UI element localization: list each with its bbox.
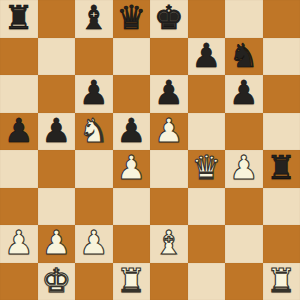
- square-e8[interactable]: ♚: [150, 0, 188, 38]
- white-knight-piece: ♞: [79, 114, 109, 147]
- square-c5[interactable]: ♞: [75, 113, 113, 151]
- square-a5[interactable]: ♟: [0, 113, 38, 151]
- black-pawn-piece: ♟: [229, 76, 259, 109]
- square-e2[interactable]: ♝: [150, 225, 188, 263]
- square-e5[interactable]: ♟: [150, 113, 188, 151]
- white-pawn-piece: ♟: [79, 226, 109, 259]
- square-f7[interactable]: ♟: [188, 38, 226, 76]
- square-e4[interactable]: [150, 150, 188, 188]
- black-pawn-piece: ♟: [116, 114, 146, 147]
- square-a7[interactable]: [0, 38, 38, 76]
- square-e3[interactable]: [150, 188, 188, 226]
- square-a6[interactable]: [0, 75, 38, 113]
- square-e7[interactable]: [150, 38, 188, 76]
- white-rook-piece: ♜: [116, 264, 146, 297]
- square-e1[interactable]: [150, 263, 188, 300]
- chess-board: ♜♝♛♚♟♞♟♟♟♟♟♞♟♟♟♛♟♜♟♟♟♝♚♜♜: [0, 0, 300, 300]
- square-g6[interactable]: ♟: [225, 75, 263, 113]
- square-d5[interactable]: ♟: [113, 113, 151, 151]
- black-pawn-piece: ♟: [191, 39, 221, 72]
- white-queen-piece: ♛: [191, 151, 221, 184]
- black-pawn-piece: ♟: [4, 114, 34, 147]
- square-c6[interactable]: ♟: [75, 75, 113, 113]
- white-king-piece: ♚: [41, 264, 71, 297]
- square-h8[interactable]: [263, 0, 301, 38]
- black-queen-piece: ♛: [116, 1, 146, 34]
- black-knight-piece: ♞: [229, 39, 259, 72]
- square-d4[interactable]: ♟: [113, 150, 151, 188]
- white-pawn-piece: ♟: [4, 226, 34, 259]
- black-pawn-piece: ♟: [79, 76, 109, 109]
- black-rook-piece: ♜: [266, 151, 296, 184]
- square-h5[interactable]: [263, 113, 301, 151]
- white-bishop-piece: ♝: [154, 226, 184, 259]
- square-g5[interactable]: [225, 113, 263, 151]
- square-h4[interactable]: ♜: [263, 150, 301, 188]
- square-f5[interactable]: [188, 113, 226, 151]
- square-c2[interactable]: ♟: [75, 225, 113, 263]
- square-f3[interactable]: [188, 188, 226, 226]
- square-g2[interactable]: [225, 225, 263, 263]
- black-pawn-piece: ♟: [41, 114, 71, 147]
- square-h6[interactable]: [263, 75, 301, 113]
- square-d7[interactable]: [113, 38, 151, 76]
- square-c4[interactable]: [75, 150, 113, 188]
- square-d2[interactable]: [113, 225, 151, 263]
- square-f8[interactable]: [188, 0, 226, 38]
- square-d1[interactable]: ♜: [113, 263, 151, 300]
- square-a4[interactable]: [0, 150, 38, 188]
- black-rook-piece: ♜: [4, 1, 34, 34]
- square-c3[interactable]: [75, 188, 113, 226]
- square-b3[interactable]: [38, 188, 76, 226]
- square-a3[interactable]: [0, 188, 38, 226]
- square-a8[interactable]: ♜: [0, 0, 38, 38]
- square-f6[interactable]: [188, 75, 226, 113]
- square-b7[interactable]: [38, 38, 76, 76]
- square-d3[interactable]: [113, 188, 151, 226]
- white-pawn-piece: ♟: [229, 151, 259, 184]
- square-b5[interactable]: ♟: [38, 113, 76, 151]
- black-pawn-piece: ♟: [154, 76, 184, 109]
- square-a2[interactable]: ♟: [0, 225, 38, 263]
- square-b8[interactable]: [38, 0, 76, 38]
- square-g3[interactable]: [225, 188, 263, 226]
- white-pawn-piece: ♟: [154, 114, 184, 147]
- white-rook-piece: ♜: [266, 264, 296, 297]
- white-pawn-piece: ♟: [41, 226, 71, 259]
- square-f4[interactable]: ♛: [188, 150, 226, 188]
- black-bishop-piece: ♝: [79, 1, 109, 34]
- black-king-piece: ♚: [154, 1, 184, 34]
- square-d8[interactable]: ♛: [113, 0, 151, 38]
- square-h7[interactable]: [263, 38, 301, 76]
- square-b6[interactable]: [38, 75, 76, 113]
- square-g7[interactable]: ♞: [225, 38, 263, 76]
- square-a1[interactable]: [0, 263, 38, 300]
- square-h2[interactable]: [263, 225, 301, 263]
- square-c1[interactable]: [75, 263, 113, 300]
- square-c8[interactable]: ♝: [75, 0, 113, 38]
- square-h3[interactable]: [263, 188, 301, 226]
- square-g4[interactable]: ♟: [225, 150, 263, 188]
- square-e6[interactable]: ♟: [150, 75, 188, 113]
- square-d6[interactable]: [113, 75, 151, 113]
- square-b4[interactable]: [38, 150, 76, 188]
- square-b1[interactable]: ♚: [38, 263, 76, 300]
- square-h1[interactable]: ♜: [263, 263, 301, 300]
- white-pawn-piece: ♟: [116, 151, 146, 184]
- square-f2[interactable]: [188, 225, 226, 263]
- square-f1[interactable]: [188, 263, 226, 300]
- square-c7[interactable]: [75, 38, 113, 76]
- square-g8[interactable]: [225, 0, 263, 38]
- square-b2[interactable]: ♟: [38, 225, 76, 263]
- square-g1[interactable]: [225, 263, 263, 300]
